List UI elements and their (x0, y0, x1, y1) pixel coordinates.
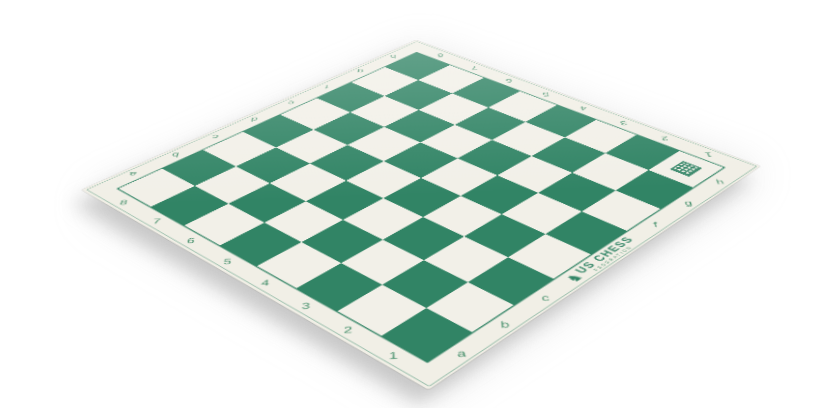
qr-emblem (669, 161, 702, 177)
chess-board: abcdefgh abcfgh 87654321 87654321 ♞ US C… (82, 40, 760, 390)
squares-grid (119, 53, 724, 362)
photo-stage: abcdefgh abcfgh 87654321 87654321 ♞ US C… (0, 0, 831, 408)
board-perspective-wrapper: abcdefgh abcfgh 87654321 87654321 ♞ US C… (82, 40, 760, 390)
